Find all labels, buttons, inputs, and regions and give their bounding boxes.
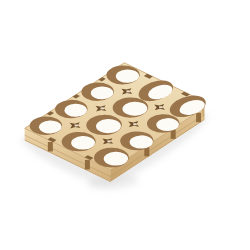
wall-notch — [85, 160, 90, 170]
wall-notch — [48, 142, 53, 152]
wall-notch — [196, 113, 201, 123]
cup-tray-illustration — [0, 0, 250, 250]
product-photo — [0, 0, 250, 250]
